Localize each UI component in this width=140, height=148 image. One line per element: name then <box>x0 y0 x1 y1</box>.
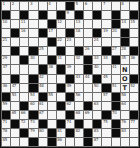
cell-r4c10[interactable] <box>84 29 92 37</box>
crossword-grid: 1234567891011121314151617181920212223242… <box>0 0 140 148</box>
clue-number: 23 <box>66 38 71 42</box>
cell-r16c7[interactable]: 86 <box>57 138 65 146</box>
cell-r9c7[interactable] <box>57 75 65 83</box>
cell-r6c11[interactable] <box>93 47 101 55</box>
cell-r5c11[interactable]: 24 <box>93 38 101 46</box>
cell-r8c4[interactable] <box>29 65 37 73</box>
clue-number: 62 <box>66 102 71 106</box>
black-cell-r7c10 <box>84 56 92 64</box>
black-cell-r16c10 <box>84 138 92 146</box>
cell-r3c15[interactable]: 15 <box>130 20 138 28</box>
cell-r9c10[interactable]: 44 <box>84 75 92 83</box>
black-cell-r14c7 <box>57 120 65 128</box>
cell-r1c5[interactable] <box>39 2 47 10</box>
clue-number: 76 <box>121 120 126 124</box>
black-cell-r11c1 <box>2 93 10 101</box>
cell-r7c7[interactable]: 31 <box>57 56 65 64</box>
cell-r7c11[interactable]: 33 <box>93 56 101 64</box>
cell-r8c6[interactable]: 38 <box>48 65 56 73</box>
clue-number: 27 <box>112 47 117 51</box>
cell-r2c6[interactable] <box>48 11 56 19</box>
clue-number: 7 <box>103 2 105 6</box>
cell-r8c12[interactable] <box>102 65 110 73</box>
black-cell-r11c13 <box>112 93 120 101</box>
cell-r6c6[interactable] <box>48 47 56 55</box>
cell-r4c4[interactable] <box>29 29 37 37</box>
clue-number: 59 <box>3 102 8 106</box>
cell-r8c11[interactable]: 40 <box>93 65 101 73</box>
cell-r7c12[interactable]: 34 <box>102 56 110 64</box>
cell-r10c8[interactable]: 49 <box>66 84 74 92</box>
cell-r5c5[interactable] <box>39 38 47 46</box>
clue-number: 34 <box>103 56 108 60</box>
cell-r15c1[interactable]: 78 <box>2 129 10 137</box>
cell-r10c10[interactable] <box>84 84 92 92</box>
black-cell-r12c3 <box>20 102 28 110</box>
cell-r11c15[interactable] <box>130 93 138 101</box>
cell-r12c11[interactable]: 63 <box>93 102 101 110</box>
clue-number: 50 <box>94 84 99 88</box>
cell-r8c15[interactable] <box>130 65 138 73</box>
cell-r1c1[interactable]: 1 <box>2 2 10 10</box>
clue-number: 1 <box>3 2 5 6</box>
cell-r15c5[interactable]: 80 <box>39 129 47 137</box>
cell-r15c11[interactable]: 83 <box>93 129 101 137</box>
clue-number: 39 <box>66 65 71 69</box>
cell-r10c15[interactable]: 52 <box>130 84 138 92</box>
cell-r13c5[interactable]: 67 <box>39 111 47 119</box>
cell-r1c14[interactable]: 8 <box>121 2 129 10</box>
black-cell-r7c3 <box>20 56 28 64</box>
cell-r2c4[interactable] <box>29 11 37 19</box>
cell-r16c15[interactable] <box>130 138 138 146</box>
cell-r1c6[interactable]: 4 <box>48 2 56 10</box>
clue-number: 58 <box>121 93 126 97</box>
cell-r16c13[interactable] <box>112 138 120 146</box>
black-cell-r14c11 <box>93 120 101 128</box>
cell-r1c13[interactable] <box>112 2 120 10</box>
cell-r6c8[interactable] <box>66 47 74 55</box>
cell-r12c2[interactable] <box>11 102 19 110</box>
cell-r16c9[interactable] <box>75 138 83 146</box>
cell-r10c1[interactable]: 46 <box>2 84 10 92</box>
cell-r1c15[interactable] <box>130 2 138 10</box>
black-cell-r7c6 <box>48 56 56 64</box>
cell-r2c10[interactable] <box>84 11 92 19</box>
clue-number: 56 <box>76 93 81 97</box>
black-cell-r3c13 <box>112 20 120 28</box>
cell-r1c3[interactable] <box>20 2 28 10</box>
cell-r5c2[interactable] <box>11 38 19 46</box>
cell-r11c7[interactable] <box>57 93 65 101</box>
cell-r12c6[interactable] <box>48 102 56 110</box>
black-cell-r14c2 <box>11 120 19 128</box>
cell-r4c13[interactable]: 20 <box>112 29 120 37</box>
cell-r16c8[interactable] <box>66 138 74 146</box>
cell-r14c8[interactable]: 74 <box>66 120 74 128</box>
black-cell-r13c8 <box>66 111 74 119</box>
cell-r8c14[interactable]: N <box>121 65 129 73</box>
cell-r10c6[interactable] <box>48 84 56 92</box>
black-cell-r12c13 <box>112 102 120 110</box>
cell-r9c12[interactable]: 45 <box>102 75 110 83</box>
black-cell-r4c5 <box>39 29 47 37</box>
cell-r16c14[interactable] <box>121 138 129 146</box>
cell-r11c9[interactable]: 56 <box>75 93 83 101</box>
cell-r6c10[interactable]: 26 <box>84 47 92 55</box>
black-cell-r2c9 <box>75 11 83 19</box>
cell-r14c10[interactable] <box>84 120 92 128</box>
cell-r9c6[interactable] <box>48 75 56 83</box>
black-cell-r2c7 <box>57 11 65 19</box>
clue-number: 32 <box>76 56 81 60</box>
black-cell-r13c4 <box>29 111 37 119</box>
cell-r8c8[interactable]: 39 <box>66 65 74 73</box>
clue-number: 57 <box>103 93 108 97</box>
black-cell-r14c9 <box>75 120 83 128</box>
black-cell-r6c9 <box>75 47 83 55</box>
black-cell-r1c8 <box>66 2 74 10</box>
black-cell-r2c13 <box>112 11 120 19</box>
cell-r5c9[interactable] <box>75 38 83 46</box>
cell-r13c3[interactable]: 66 <box>20 111 28 119</box>
cell-r10c14[interactable]: T <box>121 84 129 92</box>
cell-r16c5[interactable] <box>39 138 47 146</box>
cell-r1c10[interactable]: 6 <box>84 2 92 10</box>
cell-r6c3[interactable] <box>20 47 28 55</box>
cell-r15c9[interactable]: 82 <box>75 129 83 137</box>
clue-number: 44 <box>85 75 90 79</box>
black-cell-r6c2 <box>11 47 19 55</box>
cell-r5c1[interactable]: 21 <box>2 38 10 46</box>
clue-number: 14 <box>121 20 126 24</box>
black-cell-r2c5 <box>39 11 47 19</box>
cell-r6c5[interactable]: 25 <box>39 47 47 55</box>
cell-r15c2[interactable] <box>11 129 19 137</box>
cell-r4c3[interactable]: 16 <box>20 29 28 37</box>
black-cell-r4c11 <box>93 29 101 37</box>
black-cell-r2c11 <box>93 11 101 19</box>
black-cell-r16c4 <box>29 138 37 146</box>
cell-r9c13[interactable] <box>112 75 120 83</box>
black-cell-r2c15 <box>130 11 138 19</box>
clue-number: 67 <box>39 111 44 115</box>
clue-number: 8 <box>121 2 123 6</box>
cell-r3c3[interactable]: 11 <box>20 20 28 28</box>
black-cell-r4c14 <box>121 29 129 37</box>
clue-number: 6 <box>85 2 87 6</box>
cell-r3c8[interactable] <box>66 20 74 28</box>
cell-r13c2[interactable]: 65 <box>11 111 19 119</box>
cell-r11c3[interactable] <box>20 93 28 101</box>
cell-r8c1[interactable]: 37 <box>2 65 10 73</box>
black-cell-r2c1 <box>2 11 10 19</box>
cell-r10c2[interactable]: 47 <box>11 84 19 92</box>
cell-r7c14[interactable]: 35 <box>121 56 129 64</box>
clue-number: 46 <box>3 84 8 88</box>
cell-r8c2[interactable] <box>11 65 19 73</box>
cell-r1c4[interactable]: 3 <box>29 2 37 10</box>
clue-number: 78 <box>3 129 8 133</box>
black-cell-r10c12 <box>102 84 110 92</box>
cell-r16c2[interactable] <box>11 138 19 146</box>
cell-r12c9[interactable] <box>75 102 83 110</box>
cell-r11c11[interactable] <box>93 93 101 101</box>
cell-r2c14[interactable] <box>121 11 129 19</box>
clue-number: 36 <box>130 56 135 60</box>
clue-number: 68 <box>76 111 81 115</box>
cell-r8c13[interactable]: 41 <box>112 65 120 73</box>
cell-r1c2[interactable]: 2 <box>11 2 19 10</box>
cell-r13c10[interactable]: 69 <box>84 111 92 119</box>
cell-r13c6[interactable] <box>48 111 56 119</box>
clue-number: 60 <box>30 102 35 106</box>
cell-r5c4[interactable] <box>29 38 37 46</box>
cell-r13c13[interactable]: 70 <box>112 111 120 119</box>
clue-number: 66 <box>21 111 26 115</box>
clue-number: 24 <box>94 38 99 42</box>
cell-r14c1[interactable]: 71 <box>2 120 10 128</box>
cell-r1c11[interactable] <box>93 2 101 10</box>
clue-number: 31 <box>57 56 62 60</box>
clue-number: 9 <box>66 11 68 15</box>
clue-number: 30 <box>30 56 35 60</box>
cell-r15c7[interactable]: 81 <box>57 129 65 137</box>
black-cell-r16c6 <box>48 138 56 146</box>
entered-letter: N <box>121 65 129 73</box>
cell-r7c4[interactable]: 30 <box>29 56 37 64</box>
cell-r10c9[interactable] <box>75 84 83 92</box>
clue-number: 33 <box>94 56 99 60</box>
cell-r8c9[interactable] <box>75 65 83 73</box>
clue-number: 26 <box>85 47 90 51</box>
cell-r12c12[interactable] <box>102 102 110 110</box>
cell-r11c2[interactable]: 53 <box>11 93 19 101</box>
cell-r5c15[interactable] <box>130 38 138 46</box>
cell-r7c15[interactable]: 36 <box>130 56 138 64</box>
clue-number: 49 <box>66 84 71 88</box>
cell-r14c14[interactable]: 76 <box>121 120 129 128</box>
cell-r11c10[interactable] <box>84 93 92 101</box>
cell-r15c14[interactable]: 84 <box>121 129 129 137</box>
clue-number: 64 <box>121 102 126 106</box>
black-cell-r6c12 <box>102 47 110 55</box>
cell-r4c12[interactable]: 19 <box>102 29 110 37</box>
cell-r16c1[interactable]: 85 <box>2 138 10 146</box>
cell-r5c3[interactable] <box>20 38 28 46</box>
black-cell-r13c1 <box>2 111 10 119</box>
clue-number: 53 <box>12 93 17 97</box>
cell-r12c1[interactable]: 59 <box>2 102 10 110</box>
black-cell-r8c7 <box>57 65 65 73</box>
clue-number: 38 <box>48 65 53 69</box>
cell-r3c1[interactable]: 10 <box>2 20 10 28</box>
clue-number: 5 <box>76 2 78 6</box>
cell-r3c12[interactable] <box>102 20 110 28</box>
cell-r3c14[interactable]: 14 <box>121 20 129 28</box>
cell-r15c15[interactable] <box>130 129 138 137</box>
clue-number: 21 <box>3 38 8 42</box>
clue-number: 13 <box>76 20 81 24</box>
black-cell-r9c2 <box>11 75 19 83</box>
cell-r5c10[interactable] <box>84 38 92 46</box>
cell-r1c9[interactable]: 5 <box>75 2 83 10</box>
cell-r14c6[interactable] <box>48 120 56 128</box>
black-cell-r3c6 <box>48 20 56 28</box>
black-cell-r4c2 <box>11 29 19 37</box>
clue-number: 40 <box>94 65 99 69</box>
clue-number: 37 <box>3 65 8 69</box>
cell-r13c9[interactable]: 68 <box>75 111 83 119</box>
cell-r14c15[interactable]: 77 <box>130 120 138 128</box>
clue-number: 43 <box>76 75 81 79</box>
cell-r1c7[interactable] <box>57 2 65 10</box>
clue-number: 17 <box>48 29 53 33</box>
clue-number: 85 <box>3 138 8 142</box>
cell-r11c12[interactable]: 57 <box>102 93 110 101</box>
clue-number: 52 <box>130 84 135 88</box>
cell-r2c2[interactable] <box>11 11 19 19</box>
clue-number: 72 <box>21 120 26 124</box>
cell-r4c6[interactable]: 17 <box>48 29 56 37</box>
cell-r14c12[interactable]: 75 <box>102 120 110 128</box>
cell-r6c14[interactable]: 28 <box>121 47 129 55</box>
black-cell-r15c10 <box>84 129 92 137</box>
cell-r9c1[interactable] <box>2 75 10 83</box>
clue-number: 63 <box>94 102 99 106</box>
clue-number: 83 <box>94 129 99 133</box>
cell-r10c11[interactable]: 50 <box>93 84 101 92</box>
cell-r5c12[interactable] <box>102 38 110 46</box>
black-cell-r8c5 <box>39 65 47 73</box>
cell-r16c3[interactable] <box>20 138 28 146</box>
cell-r7c2[interactable] <box>11 56 19 64</box>
clue-number: 41 <box>112 65 117 69</box>
cell-r10c3[interactable] <box>20 84 28 92</box>
cell-r14c3[interactable]: 72 <box>20 120 28 128</box>
clue-number: 82 <box>76 129 81 133</box>
black-cell-r10c4 <box>29 84 37 92</box>
clue-number: 22 <box>57 38 62 42</box>
black-cell-r9c4 <box>29 75 37 83</box>
black-cell-r13c12 <box>102 111 110 119</box>
cell-r4c7[interactable] <box>57 29 65 37</box>
black-cell-r14c13 <box>112 120 120 128</box>
cell-r3c5[interactable] <box>39 20 47 28</box>
cell-r13c7[interactable] <box>57 111 65 119</box>
clue-number: 79 <box>30 129 35 133</box>
cell-r5c7[interactable]: 22 <box>57 38 65 46</box>
clue-number: 51 <box>112 84 117 88</box>
clue-number: 16 <box>21 29 26 33</box>
entered-letter: O <box>121 75 129 83</box>
cell-r7c1[interactable]: 29 <box>2 56 10 64</box>
cell-r13c11[interactable] <box>93 111 101 119</box>
cell-r1c12[interactable]: 7 <box>102 2 110 10</box>
cell-r4c9[interactable]: 18 <box>75 29 83 37</box>
black-cell-r8c10 <box>84 65 92 73</box>
clue-number: 12 <box>57 20 62 24</box>
clue-number: 48 <box>39 84 44 88</box>
clue-number: 2 <box>12 2 14 6</box>
clue-number: 28 <box>121 47 126 51</box>
black-cell-r6c7 <box>57 47 65 55</box>
cell-r2c12[interactable] <box>102 11 110 19</box>
cell-r12c8[interactable]: 62 <box>66 102 74 110</box>
black-cell-r11c5 <box>39 93 47 101</box>
cell-r7c5[interactable] <box>39 56 47 64</box>
black-cell-r6c15 <box>130 47 138 55</box>
black-cell-r9c15 <box>130 75 138 83</box>
cell-r9c9[interactable]: 43 <box>75 75 83 83</box>
clue-number: 10 <box>3 20 8 24</box>
black-cell-r9c8 <box>66 75 74 83</box>
cell-r6c13[interactable]: 27 <box>112 47 120 55</box>
cell-r5c13[interactable] <box>112 38 120 46</box>
cell-r4c15[interactable] <box>130 29 138 37</box>
cell-r9c3[interactable] <box>20 75 28 83</box>
clue-number: 25 <box>39 47 44 51</box>
cell-r2c8[interactable]: 9 <box>66 11 74 19</box>
black-cell-r9c11 <box>93 75 101 83</box>
cell-r13c14[interactable] <box>121 111 129 119</box>
cell-r14c4[interactable]: 73 <box>29 120 37 128</box>
cell-r12c5[interactable]: 61 <box>39 102 47 110</box>
cell-r9c14[interactable]: O <box>121 75 129 83</box>
cell-r4c1[interactable] <box>2 29 10 37</box>
cell-r12c4[interactable]: 60 <box>29 102 37 110</box>
black-cell-r11c8 <box>66 93 74 101</box>
cell-r11c14[interactable]: 58 <box>121 93 129 101</box>
cell-r16c11[interactable]: 87 <box>93 138 101 146</box>
cell-r3c4[interactable] <box>29 20 37 28</box>
cell-r8c3[interactable] <box>20 65 28 73</box>
cell-r7c9[interactable]: 32 <box>75 56 83 64</box>
clue-number: 69 <box>85 111 90 115</box>
black-cell-r2c3 <box>20 11 28 19</box>
cell-r11c6[interactable]: 55 <box>48 93 56 101</box>
black-cell-r14c5 <box>39 120 47 128</box>
cell-r3c10[interactable] <box>84 20 92 28</box>
clue-number: 11 <box>21 20 26 24</box>
clue-number: 55 <box>48 93 53 97</box>
clue-number: 61 <box>39 102 44 106</box>
cell-r15c4[interactable]: 79 <box>29 129 37 137</box>
clue-number: 65 <box>12 111 17 115</box>
cell-r5c8[interactable]: 23 <box>66 38 74 46</box>
cell-r3c7[interactable]: 12 <box>57 20 65 28</box>
clue-number: 54 <box>30 93 35 97</box>
cell-r10c5[interactable]: 48 <box>39 84 47 92</box>
cell-r9c5[interactable]: 42 <box>39 75 47 83</box>
cell-r12c14[interactable]: 64 <box>121 102 129 110</box>
clue-number: 20 <box>112 29 117 33</box>
cell-r7c8[interactable] <box>66 56 74 64</box>
cell-r15c12[interactable] <box>102 129 110 137</box>
cell-r6c1[interactable] <box>2 47 10 55</box>
clue-number: 35 <box>121 56 126 60</box>
cell-r16c12[interactable] <box>102 138 110 146</box>
cell-r12c15[interactable] <box>130 102 138 110</box>
black-cell-r7c13 <box>112 56 120 64</box>
cell-r11c4[interactable]: 54 <box>29 93 37 101</box>
cell-r10c13[interactable]: 51 <box>112 84 120 92</box>
cell-r3c9[interactable]: 13 <box>75 20 83 28</box>
black-cell-r15c3 <box>20 129 28 137</box>
cell-r3c11[interactable] <box>93 20 101 28</box>
cell-r3c2[interactable] <box>11 20 19 28</box>
clue-number: 84 <box>121 129 126 133</box>
